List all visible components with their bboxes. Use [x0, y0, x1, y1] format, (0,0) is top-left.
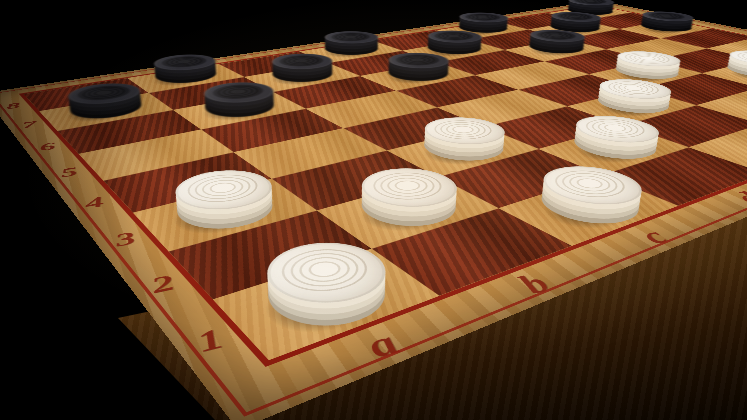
rank-label-4: 4	[67, 191, 123, 215]
rank-label-6: 6	[24, 138, 71, 155]
scene: 12345678abcdefgh	[0, 0, 747, 420]
board: 12345678abcdefgh	[0, 1, 747, 420]
rank-label-8: 8	[0, 99, 33, 112]
checkers-photo-stage: checkers 12345678abcdefgh	[0, 0, 747, 420]
rank-label-7: 7	[8, 117, 51, 132]
rank-label-5: 5	[44, 162, 95, 182]
